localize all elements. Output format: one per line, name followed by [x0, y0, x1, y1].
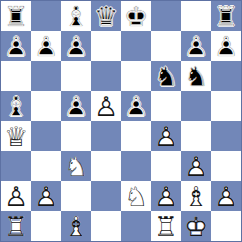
- square-d5[interactable]: ♟♙: [91, 91, 121, 121]
- square-g8[interactable]: [181, 1, 211, 31]
- square-b7[interactable]: ♟♙: [31, 31, 61, 61]
- black-knight[interactable]: ♞♘: [181, 61, 211, 91]
- square-e1[interactable]: [121, 211, 151, 241]
- piece-outline-glyph: ♙: [1, 31, 31, 61]
- piece-outline-glyph: ♗: [181, 181, 211, 211]
- white-pawn[interactable]: ♟♙: [151, 121, 181, 151]
- white-bishop[interactable]: ♝♗: [61, 211, 91, 241]
- square-f1[interactable]: ♜♖: [151, 211, 181, 241]
- square-e2[interactable]: ♞♘: [121, 181, 151, 211]
- piece-outline-glyph: ♙: [61, 31, 91, 61]
- square-d2[interactable]: [91, 181, 121, 211]
- square-d3[interactable]: [91, 151, 121, 181]
- square-g6[interactable]: ♞♘: [181, 61, 211, 91]
- square-c2[interactable]: [61, 181, 91, 211]
- piece-outline-glyph: ♙: [211, 181, 241, 211]
- black-king[interactable]: ♚♔: [121, 1, 151, 31]
- square-h1[interactable]: [211, 211, 241, 241]
- white-king[interactable]: ♚♔: [181, 211, 211, 241]
- square-b8[interactable]: [31, 1, 61, 31]
- piece-outline-glyph: ♕: [1, 121, 31, 151]
- square-h3[interactable]: [211, 151, 241, 181]
- piece-outline-glyph: ♖: [1, 211, 31, 241]
- black-pawn[interactable]: ♟♙: [61, 91, 91, 121]
- piece-outline-glyph: ♙: [91, 91, 121, 121]
- square-f8[interactable]: [151, 1, 181, 31]
- piece-outline-glyph: ♙: [151, 121, 181, 151]
- square-a5[interactable]: ♝♗: [1, 91, 31, 121]
- square-f2[interactable]: ♟♙: [151, 181, 181, 211]
- square-f4[interactable]: ♟♙: [151, 121, 181, 151]
- piece-outline-glyph: ♗: [61, 1, 91, 31]
- square-a3[interactable]: [1, 151, 31, 181]
- black-rook[interactable]: ♜♖: [1, 1, 31, 31]
- piece-outline-glyph: ♙: [211, 31, 241, 61]
- square-c1[interactable]: ♝♗: [61, 211, 91, 241]
- square-a8[interactable]: ♜♖: [1, 1, 31, 31]
- square-e6[interactable]: [121, 61, 151, 91]
- piece-outline-glyph: ♘: [61, 151, 91, 181]
- piece-outline-glyph: ♖: [211, 1, 241, 31]
- square-g3[interactable]: ♟♙: [181, 151, 211, 181]
- piece-outline-glyph: ♖: [151, 211, 181, 241]
- square-h4[interactable]: [211, 121, 241, 151]
- square-b4[interactable]: [31, 121, 61, 151]
- square-e5[interactable]: ♟♙: [121, 91, 151, 121]
- white-queen[interactable]: ♛♕: [1, 121, 31, 151]
- black-rook[interactable]: ♜♖: [211, 1, 241, 31]
- black-pawn[interactable]: ♟♙: [121, 91, 151, 121]
- square-e4[interactable]: [121, 121, 151, 151]
- square-a1[interactable]: ♜♖: [1, 211, 31, 241]
- piece-outline-glyph: ♙: [61, 91, 91, 121]
- white-pawn[interactable]: ♟♙: [151, 181, 181, 211]
- white-rook[interactable]: ♜♖: [151, 211, 181, 241]
- square-e7[interactable]: [121, 31, 151, 61]
- square-h2[interactable]: ♟♙: [211, 181, 241, 211]
- square-d1[interactable]: [91, 211, 121, 241]
- square-h5[interactable]: [211, 91, 241, 121]
- square-a4[interactable]: ♛♕: [1, 121, 31, 151]
- square-c6[interactable]: [61, 61, 91, 91]
- piece-outline-glyph: ♔: [121, 1, 151, 31]
- square-a6[interactable]: [1, 61, 31, 91]
- black-pawn[interactable]: ♟♙: [1, 31, 31, 61]
- square-g4[interactable]: [181, 121, 211, 151]
- piece-outline-glyph: ♙: [181, 31, 211, 61]
- white-pawn[interactable]: ♟♙: [91, 91, 121, 121]
- black-bishop[interactable]: ♝♗: [61, 1, 91, 31]
- square-a7[interactable]: ♟♙: [1, 31, 31, 61]
- black-queen[interactable]: ♛♕: [91, 1, 121, 31]
- square-c3[interactable]: ♞♘: [61, 151, 91, 181]
- square-f6[interactable]: ♞♘: [151, 61, 181, 91]
- square-c5[interactable]: ♟♙: [61, 91, 91, 121]
- square-g7[interactable]: ♟♙: [181, 31, 211, 61]
- square-g5[interactable]: [181, 91, 211, 121]
- white-pawn[interactable]: ♟♙: [31, 181, 61, 211]
- square-f5[interactable]: [151, 91, 181, 121]
- square-d7[interactable]: [91, 31, 121, 61]
- piece-outline-glyph: ♙: [181, 151, 211, 181]
- square-d6[interactable]: [91, 61, 121, 91]
- square-b3[interactable]: [31, 151, 61, 181]
- white-rook[interactable]: ♜♖: [1, 211, 31, 241]
- black-pawn[interactable]: ♟♙: [181, 31, 211, 61]
- piece-outline-glyph: ♖: [1, 1, 31, 31]
- piece-outline-glyph: ♗: [1, 91, 31, 121]
- piece-outline-glyph: ♘: [121, 181, 151, 211]
- square-c4[interactable]: [61, 121, 91, 151]
- square-a2[interactable]: ♟♙: [1, 181, 31, 211]
- square-b2[interactable]: ♟♙: [31, 181, 61, 211]
- black-knight[interactable]: ♞♘: [151, 61, 181, 91]
- square-g2[interactable]: ♝♗: [181, 181, 211, 211]
- square-g1[interactable]: ♚♔: [181, 211, 211, 241]
- piece-outline-glyph: ♙: [31, 181, 61, 211]
- black-pawn[interactable]: ♟♙: [61, 31, 91, 61]
- square-d4[interactable]: [91, 121, 121, 151]
- square-c7[interactable]: ♟♙: [61, 31, 91, 61]
- square-b6[interactable]: [31, 61, 61, 91]
- square-h7[interactable]: ♟♙: [211, 31, 241, 61]
- square-b5[interactable]: [31, 91, 61, 121]
- white-pawn[interactable]: ♟♙: [181, 151, 211, 181]
- black-pawn[interactable]: ♟♙: [31, 31, 61, 61]
- white-bishop[interactable]: ♝♗: [181, 181, 211, 211]
- white-knight[interactable]: ♞♘: [61, 151, 91, 181]
- square-c8[interactable]: ♝♗: [61, 1, 91, 31]
- chess-board[interactable]: ♜♖♝♗♛♕♚♔♜♖♟♙♟♙♟♙♟♙♟♙♞♘♞♘♝♗♟♙♟♙♟♙♛♕♟♙♞♘♟♙…: [0, 0, 242, 242]
- piece-outline-glyph: ♙: [1, 181, 31, 211]
- piece-outline-glyph: ♙: [121, 91, 151, 121]
- piece-outline-glyph: ♔: [181, 211, 211, 241]
- square-e8[interactable]: ♚♔: [121, 1, 151, 31]
- piece-outline-glyph: ♘: [151, 61, 181, 91]
- piece-outline-glyph: ♗: [61, 211, 91, 241]
- white-knight[interactable]: ♞♘: [121, 181, 151, 211]
- square-b1[interactable]: [31, 211, 61, 241]
- square-e3[interactable]: [121, 151, 151, 181]
- square-f7[interactable]: [151, 31, 181, 61]
- square-d8[interactable]: ♛♕: [91, 1, 121, 31]
- square-h6[interactable]: [211, 61, 241, 91]
- piece-outline-glyph: ♘: [181, 61, 211, 91]
- white-pawn[interactable]: ♟♙: [1, 181, 31, 211]
- black-bishop[interactable]: ♝♗: [1, 91, 31, 121]
- piece-outline-glyph: ♙: [31, 31, 61, 61]
- black-pawn[interactable]: ♟♙: [211, 31, 241, 61]
- square-h8[interactable]: ♜♖: [211, 1, 241, 31]
- piece-outline-glyph: ♕: [91, 1, 121, 31]
- white-pawn[interactable]: ♟♙: [211, 181, 241, 211]
- piece-outline-glyph: ♙: [151, 181, 181, 211]
- square-f3[interactable]: [151, 151, 181, 181]
